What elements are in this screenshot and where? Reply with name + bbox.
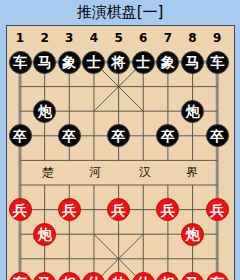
- file-label-8: 8: [183, 31, 203, 45]
- app-window: { "game": "xiangqi", "title": "推演棋盘[一]",…: [0, 0, 240, 280]
- river-text: 河: [87, 165, 103, 180]
- file-label-5: 5: [109, 31, 129, 45]
- piece-black-horse[interactable]: 马: [33, 51, 56, 74]
- piece-black-pawn[interactable]: 卒: [58, 124, 81, 147]
- piece-black-advisor[interactable]: 士: [132, 51, 155, 74]
- file-label-6: 6: [133, 31, 153, 45]
- piece-red-cannon[interactable]: 炮: [181, 223, 204, 246]
- piece-red-pawn[interactable]: 兵: [206, 198, 229, 221]
- piece-black-cannon[interactable]: 炮: [181, 100, 204, 123]
- file-label-7: 7: [158, 31, 178, 45]
- piece-black-advisor[interactable]: 士: [82, 51, 105, 74]
- file-label-2: 2: [35, 31, 55, 45]
- file-label-4: 4: [84, 31, 104, 45]
- river-text: 楚: [40, 165, 56, 180]
- piece-red-pawn[interactable]: 兵: [9, 198, 32, 221]
- piece-black-chariot[interactable]: 车: [9, 51, 32, 74]
- page-title: 推演棋盘[一]: [0, 2, 240, 22]
- piece-black-cannon[interactable]: 炮: [33, 100, 56, 123]
- piece-black-elephant[interactable]: 象: [58, 51, 81, 74]
- river-text: 界: [184, 165, 200, 180]
- piece-black-horse[interactable]: 马: [181, 51, 204, 74]
- piece-black-elephant[interactable]: 象: [156, 51, 179, 74]
- xiangqi-board[interactable]: 123456789楚河汉界车马象士将士象马车炮炮卒卒卒卒卒兵兵兵兵兵炮炮车马相仕…: [6, 25, 235, 280]
- file-label-3: 3: [59, 31, 79, 45]
- piece-black-pawn[interactable]: 卒: [9, 124, 32, 147]
- piece-red-pawn[interactable]: 兵: [58, 198, 81, 221]
- file-label-1: 1: [10, 31, 30, 45]
- piece-red-cannon[interactable]: 炮: [33, 223, 56, 246]
- piece-black-general[interactable]: 将: [107, 51, 130, 74]
- file-label-9: 9: [207, 31, 227, 45]
- river-text: 汉: [137, 165, 153, 180]
- piece-black-chariot[interactable]: 车: [206, 51, 229, 74]
- piece-black-pawn[interactable]: 卒: [206, 124, 229, 147]
